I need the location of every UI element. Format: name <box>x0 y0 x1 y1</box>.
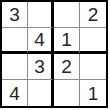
cell-r3c4[interactable] <box>80 54 106 80</box>
cell-r4c4[interactable]: 1 <box>80 80 106 106</box>
cell-r3c2[interactable]: 3 <box>28 54 54 80</box>
cell-r4c2[interactable] <box>28 80 54 106</box>
cell-r2c2[interactable]: 4 <box>28 28 54 54</box>
cell-r2c1[interactable] <box>2 28 28 54</box>
cell-r3c1[interactable] <box>2 54 28 80</box>
cell-r1c2[interactable] <box>28 2 54 28</box>
cell-r4c1[interactable]: 4 <box>2 80 28 106</box>
cell-r3c3[interactable]: 2 <box>54 54 80 80</box>
cell-r1c1[interactable]: 3 <box>2 2 28 28</box>
sudoku-board: 3 2 4 1 3 2 4 1 <box>0 0 108 108</box>
cell-r1c3[interactable] <box>54 2 80 28</box>
cell-r2c4[interactable] <box>80 28 106 54</box>
cell-r4c3[interactable] <box>54 80 80 106</box>
cell-r2c3[interactable]: 1 <box>54 28 80 54</box>
cell-r1c4[interactable]: 2 <box>80 2 106 28</box>
